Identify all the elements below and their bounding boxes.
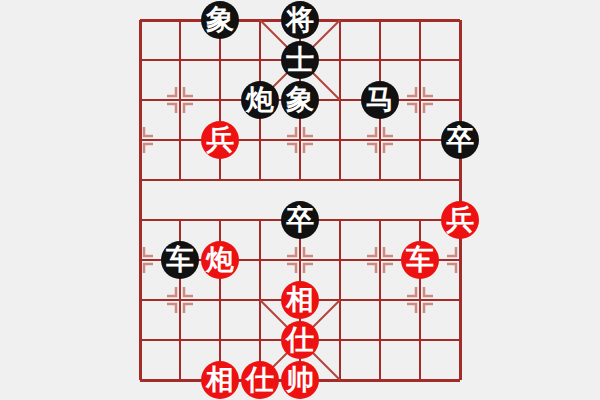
piece-black-pawn[interactable]: 卒 — [441, 121, 479, 159]
piece-red-pawn[interactable]: 兵 — [441, 201, 479, 239]
piece-black-chariot[interactable]: 车 — [161, 241, 199, 279]
piece-red-pawn[interactable]: 兵 — [201, 121, 239, 159]
piece-red-elephant[interactable]: 相 — [201, 361, 239, 399]
piece-red-advisor[interactable]: 仕 — [241, 361, 279, 399]
piece-black-elephant[interactable]: 象 — [201, 1, 239, 39]
piece-black-horse[interactable]: 马 — [361, 81, 399, 119]
piece-black-cannon[interactable]: 炮 — [241, 81, 279, 119]
xiangqi-board: 象将士炮象马兵卒卒兵车炮车相仕相仕帅 — [0, 0, 600, 400]
piece-black-advisor[interactable]: 士 — [281, 41, 319, 79]
piece-black-elephant[interactable]: 象 — [281, 81, 319, 119]
piece-red-cannon[interactable]: 炮 — [201, 241, 239, 279]
pieces-layer: 象将士炮象马兵卒卒兵车炮车相仕相仕帅 — [0, 0, 600, 400]
piece-red-elephant[interactable]: 相 — [281, 281, 319, 319]
piece-red-general[interactable]: 帅 — [281, 361, 319, 399]
piece-black-general[interactable]: 将 — [281, 1, 319, 39]
piece-red-advisor[interactable]: 仕 — [281, 321, 319, 359]
piece-black-pawn[interactable]: 卒 — [281, 201, 319, 239]
piece-red-chariot[interactable]: 车 — [401, 241, 439, 279]
